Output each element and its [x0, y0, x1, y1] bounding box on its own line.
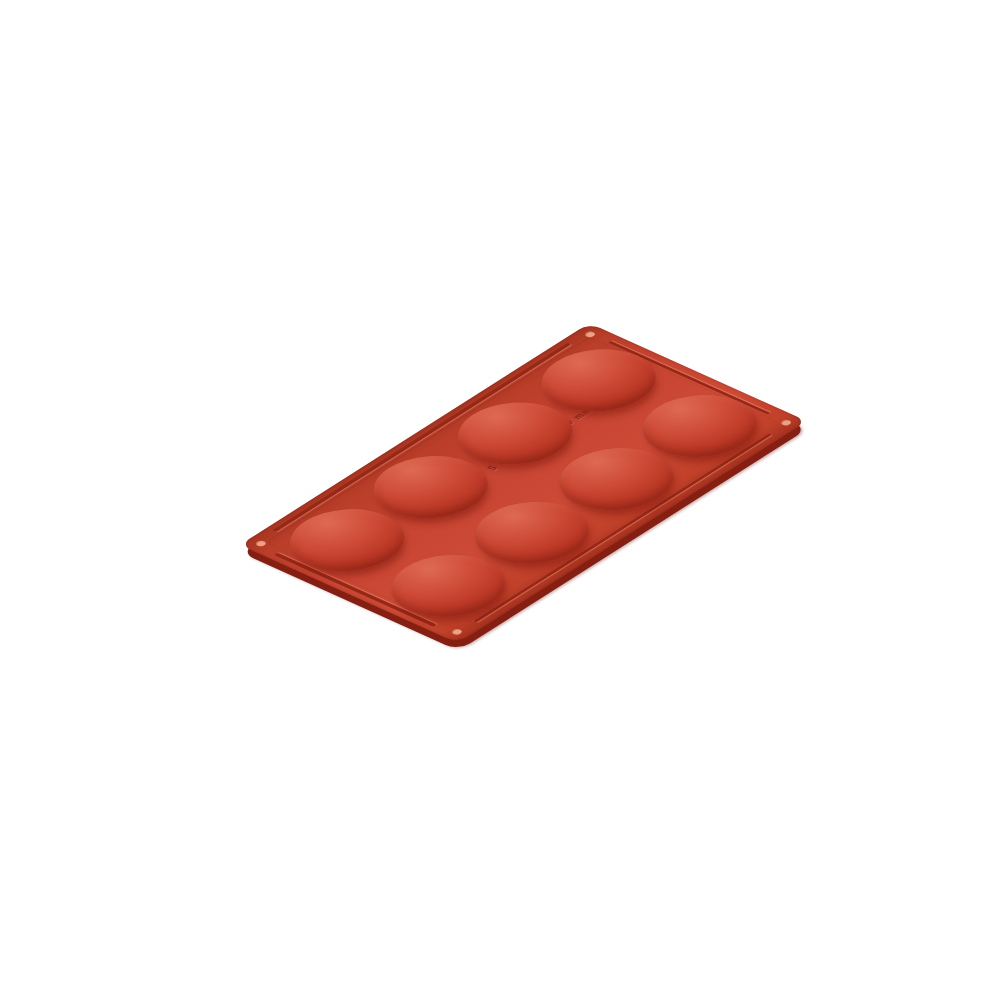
corner-vent-dot	[583, 331, 597, 339]
corner-vent-dot	[254, 540, 268, 548]
corner-vent-dot	[779, 419, 793, 427]
product-photo-background: S © I 70 mm	[0, 0, 1000, 1000]
panel-ridge	[263, 336, 783, 630]
corner-vent-dot	[450, 628, 464, 636]
